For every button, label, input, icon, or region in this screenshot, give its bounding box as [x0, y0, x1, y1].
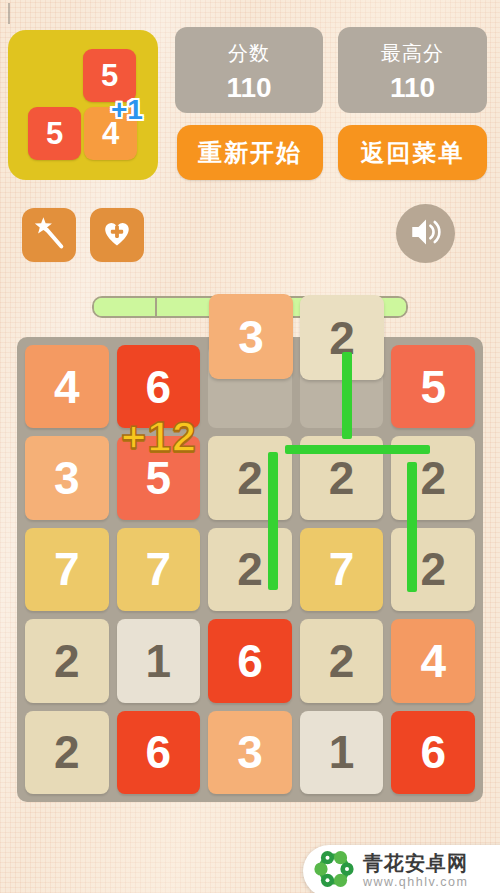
- magic-wand-button[interactable]: [22, 208, 76, 262]
- swipe-hint-line: [407, 462, 417, 592]
- logo-plus-one-badge: +1: [111, 94, 143, 126]
- heart-plus-icon: [99, 215, 135, 255]
- tile-7: 7: [300, 528, 384, 611]
- game-logo-panel: 5 5 4 +1: [8, 30, 158, 180]
- best-score-value: 110: [338, 72, 487, 104]
- sound-toggle-button[interactable]: [396, 204, 455, 263]
- tile-6: 6: [208, 619, 292, 702]
- best-score-panel: 最高分 110: [338, 27, 487, 113]
- site-flower-logo-icon: [312, 847, 356, 893]
- restart-button[interactable]: 重新开始: [177, 125, 323, 180]
- site-name: 青花安卓网: [363, 852, 468, 874]
- add-life-button[interactable]: [90, 208, 144, 262]
- tile-4: 4: [25, 345, 109, 428]
- tile-2: 2: [25, 711, 109, 794]
- tile-1: 1: [300, 711, 384, 794]
- logo-tile-5b: 5: [28, 107, 81, 160]
- tile-7: 7: [117, 528, 201, 611]
- tile-4: 4: [391, 619, 475, 702]
- tile-2: 2: [25, 619, 109, 702]
- tile-1: 1: [117, 619, 201, 702]
- tile-2: 2: [391, 528, 475, 611]
- tile-3: 3: [25, 436, 109, 519]
- score-panel: 分数 110: [175, 27, 323, 113]
- tile-6: 6: [117, 711, 201, 794]
- screen-edge-artifact: [8, 3, 10, 24]
- progress-segment: [94, 298, 157, 316]
- score-value: 110: [175, 72, 323, 104]
- swipe-hint-line: [342, 352, 352, 439]
- magic-wand-icon: [31, 215, 67, 255]
- tile-2: 2: [208, 528, 292, 611]
- score-label: 分数: [175, 40, 323, 67]
- tile-6: 6: [391, 711, 475, 794]
- best-score-label: 最高分: [338, 40, 487, 67]
- score-bonus-popup: +12: [104, 412, 214, 461]
- tile-3: 3: [208, 711, 292, 794]
- return-menu-button[interactable]: 返回菜单: [338, 125, 487, 180]
- speaker-icon: [406, 212, 446, 256]
- swipe-hint-line: [268, 452, 278, 590]
- tile-2: 2: [208, 436, 292, 519]
- tile-5: 5: [391, 345, 475, 428]
- swipe-hint-line: [285, 445, 430, 454]
- incoming-tile-3: 3: [209, 294, 293, 379]
- site-url: www.qhhlv.com: [363, 876, 468, 890]
- tile-2: 2: [300, 619, 384, 702]
- tile-7: 7: [25, 528, 109, 611]
- watermark-badge: 青花安卓网 www.qhhlv.com: [303, 845, 500, 893]
